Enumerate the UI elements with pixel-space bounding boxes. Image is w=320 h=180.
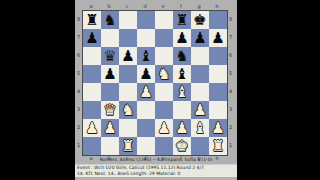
square-c1[interactable]: ♜ xyxy=(119,137,137,155)
black-pawn-f7: ♟ xyxy=(175,29,188,47)
square-g6[interactable] xyxy=(191,47,209,65)
rank-label-7: 7 xyxy=(228,28,233,46)
square-g1[interactable] xyxy=(191,137,209,155)
white-king-f1: ♚ xyxy=(175,137,188,155)
square-f7[interactable]: ♟ xyxy=(173,29,191,47)
square-b8[interactable]: ♞ xyxy=(101,11,119,29)
square-g7[interactable]: ♟ xyxy=(191,29,209,47)
black-king-g8: ♚ xyxy=(193,11,206,29)
square-a6[interactable] xyxy=(83,47,101,65)
square-e4[interactable] xyxy=(155,83,173,101)
square-c6[interactable]: ♟ xyxy=(119,47,137,65)
rank-label-8: 8 xyxy=(228,10,233,28)
square-d1[interactable] xyxy=(137,137,155,155)
rank-label-6: 6 xyxy=(228,46,233,64)
square-f4[interactable]: ♝ xyxy=(173,83,191,101)
rank-labels-right: 87654321 xyxy=(228,10,233,154)
square-f6[interactable]: ♞ xyxy=(173,47,191,65)
white-knight-e5: ♞ xyxy=(157,65,170,83)
square-c2[interactable] xyxy=(119,119,137,137)
black-knight-b8: ♞ xyxy=(103,11,116,29)
white-pawn-g3: ♟ xyxy=(193,101,206,119)
rank-label-1: 1 xyxy=(76,136,81,154)
square-d2[interactable] xyxy=(137,119,155,137)
game-info-strip: Event : Wch U20 Girls, Calicut (1995.11.… xyxy=(75,164,237,177)
white-pawn-b2: ♟ xyxy=(103,119,116,137)
players-result-caption: Romero, Alonso (2245) -- Karimpano, Sofi… xyxy=(75,157,237,163)
square-e5[interactable]: ♞ xyxy=(155,65,173,83)
white-pawn-h2: ♟ xyxy=(211,119,224,137)
file-label-f: f xyxy=(172,3,190,9)
square-g4[interactable] xyxy=(191,83,209,101)
square-b1[interactable] xyxy=(101,137,119,155)
square-e6[interactable] xyxy=(155,47,173,65)
letterbox-left xyxy=(0,0,75,180)
file-label-c: c xyxy=(118,3,136,9)
file-label-a: a xyxy=(82,3,100,9)
rank-label-8: 8 xyxy=(76,10,81,28)
rank-label-2: 2 xyxy=(76,118,81,136)
black-pawn-b5: ♟ xyxy=(103,65,116,83)
white-rook-c1: ♜ xyxy=(121,137,134,155)
square-h2[interactable]: ♟ xyxy=(209,119,227,137)
white-bishop-f4: ♝ xyxy=(175,83,188,101)
white-pawn-e2: ♟ xyxy=(157,119,170,137)
square-e2[interactable]: ♟ xyxy=(155,119,173,137)
rank-label-2: 2 xyxy=(228,118,233,136)
square-a7[interactable]: ♟ xyxy=(83,29,101,47)
square-b3[interactable]: ♛ xyxy=(101,101,119,119)
file-label-b: b xyxy=(100,3,118,9)
chess-app-frame: abcdefgh 87654321 ♜♞♜♚♟♟♟♟♛♟♝♞♟♟♞♝♟♝♛♞♟♟… xyxy=(75,0,237,180)
square-b7[interactable] xyxy=(101,29,119,47)
square-h4[interactable] xyxy=(209,83,227,101)
square-e1[interactable] xyxy=(155,137,173,155)
rank-label-4: 4 xyxy=(76,82,81,100)
square-a4[interactable] xyxy=(83,83,101,101)
square-d6[interactable]: ♝ xyxy=(137,47,155,65)
white-pawn-f2: ♟ xyxy=(175,119,188,137)
file-label-g: g xyxy=(190,3,208,9)
rank-label-3: 3 xyxy=(228,100,233,118)
black-queen-b6: ♛ xyxy=(103,47,116,65)
square-e7[interactable] xyxy=(155,29,173,47)
black-rook-a8: ♜ xyxy=(85,11,98,29)
white-knight-c3: ♞ xyxy=(121,101,134,119)
square-d5[interactable]: ♟ xyxy=(137,65,155,83)
file-labels-top: abcdefgh xyxy=(82,3,226,9)
square-h1[interactable]: ♜ xyxy=(209,137,227,155)
square-f1[interactable]: ♚ xyxy=(173,137,191,155)
square-f8[interactable]: ♜ xyxy=(173,11,191,29)
square-a8[interactable]: ♜ xyxy=(83,11,101,29)
black-bishop-f5: ♝ xyxy=(175,65,188,83)
chess-board[interactable]: ♜♞♜♚♟♟♟♟♛♟♝♞♟♟♞♝♟♝♛♞♟♟♟♟♟♝♟♜♚♜ xyxy=(82,10,228,156)
white-queen-b3: ♛ xyxy=(103,101,116,119)
square-h6[interactable] xyxy=(209,47,227,65)
black-pawn-g7: ♟ xyxy=(193,29,206,47)
square-a1[interactable] xyxy=(83,137,101,155)
black-pawn-c6: ♟ xyxy=(121,47,134,65)
square-g3[interactable]: ♟ xyxy=(191,101,209,119)
black-pawn-a7: ♟ xyxy=(85,29,98,47)
rank-label-6: 6 xyxy=(76,46,81,64)
square-h8[interactable] xyxy=(209,11,227,29)
black-pawn-d5: ♟ xyxy=(139,65,152,83)
square-e8[interactable] xyxy=(155,11,173,29)
square-f3[interactable] xyxy=(173,101,191,119)
square-c5[interactable] xyxy=(119,65,137,83)
black-pawn-h7: ♟ xyxy=(211,29,224,47)
rank-label-5: 5 xyxy=(76,64,81,82)
square-f2[interactable]: ♟ xyxy=(173,119,191,137)
square-e3[interactable] xyxy=(155,101,173,119)
square-d8[interactable] xyxy=(137,11,155,29)
white-bishop-g2: ♝ xyxy=(193,119,206,137)
square-g2[interactable]: ♝ xyxy=(191,119,209,137)
white-pawn-a2: ♟ xyxy=(85,119,98,137)
file-label-d: d xyxy=(136,3,154,9)
black-rook-f8: ♜ xyxy=(175,11,188,29)
square-h7[interactable]: ♟ xyxy=(209,29,227,47)
rank-label-7: 7 xyxy=(76,28,81,46)
square-c7[interactable] xyxy=(119,29,137,47)
square-c4[interactable] xyxy=(119,83,137,101)
square-g5[interactable] xyxy=(191,65,209,83)
black-bishop-d6: ♝ xyxy=(139,47,152,65)
square-g8[interactable]: ♚ xyxy=(191,11,209,29)
square-h5[interactable] xyxy=(209,65,227,83)
move-info-line: 14. Kf1 Next: 14...Bxe5 Length: 29 Mater… xyxy=(75,171,237,177)
white-pawn-d4: ♟ xyxy=(139,83,152,101)
square-d3[interactable] xyxy=(137,101,155,119)
white-rook-h1: ♜ xyxy=(211,137,224,155)
square-f5[interactable]: ♝ xyxy=(173,65,191,83)
square-h3[interactable] xyxy=(209,101,227,119)
square-a5[interactable] xyxy=(83,65,101,83)
black-knight-f6: ♞ xyxy=(175,47,188,65)
square-d4[interactable]: ♟ xyxy=(137,83,155,101)
square-b6[interactable]: ♛ xyxy=(101,47,119,65)
square-b4[interactable] xyxy=(101,83,119,101)
rank-label-3: 3 xyxy=(76,100,81,118)
rank-label-4: 4 xyxy=(228,82,233,100)
square-a3[interactable] xyxy=(83,101,101,119)
square-a2[interactable]: ♟ xyxy=(83,119,101,137)
square-d7[interactable] xyxy=(137,29,155,47)
file-label-e: e xyxy=(154,3,172,9)
rank-labels-left: 87654321 xyxy=(76,10,81,154)
square-c8[interactable] xyxy=(119,11,137,29)
square-b5[interactable]: ♟ xyxy=(101,65,119,83)
letterbox-right xyxy=(237,0,320,180)
square-c3[interactable]: ♞ xyxy=(119,101,137,119)
rank-label-5: 5 xyxy=(228,64,233,82)
file-label-h: h xyxy=(208,3,226,9)
rank-label-1: 1 xyxy=(228,136,233,154)
square-b2[interactable]: ♟ xyxy=(101,119,119,137)
